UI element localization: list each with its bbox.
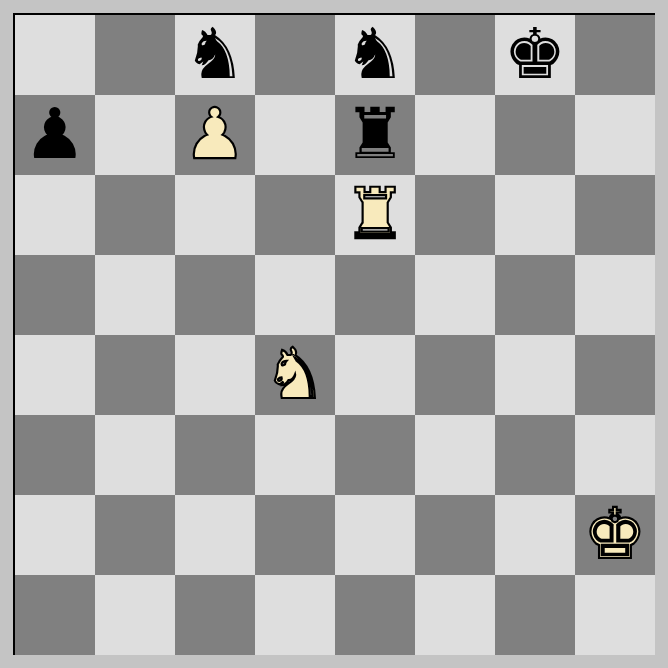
square-f5[interactable] bbox=[415, 255, 495, 335]
piece-white-king[interactable]: ♚ bbox=[575, 495, 655, 575]
chess-board: ♞♞♚♟♟♜♜♞♚ bbox=[15, 15, 655, 655]
square-h6[interactable] bbox=[575, 175, 655, 255]
square-a7[interactable]: ♟ bbox=[15, 95, 95, 175]
square-h2[interactable]: ♚ bbox=[575, 495, 655, 575]
piece-black-king[interactable]: ♚ bbox=[495, 15, 575, 95]
square-h1[interactable] bbox=[575, 575, 655, 655]
square-a6[interactable] bbox=[15, 175, 95, 255]
square-b1[interactable] bbox=[95, 575, 175, 655]
square-h3[interactable] bbox=[575, 415, 655, 495]
piece-white-knight[interactable]: ♞ bbox=[255, 335, 335, 415]
square-d1[interactable] bbox=[255, 575, 335, 655]
square-h8[interactable] bbox=[575, 15, 655, 95]
square-a5[interactable] bbox=[15, 255, 95, 335]
square-f1[interactable] bbox=[415, 575, 495, 655]
square-g7[interactable] bbox=[495, 95, 575, 175]
square-g8[interactable]: ♚ bbox=[495, 15, 575, 95]
piece-white-rook[interactable]: ♜ bbox=[335, 175, 415, 255]
piece-black-knight[interactable]: ♞ bbox=[335, 15, 415, 95]
square-h7[interactable] bbox=[575, 95, 655, 175]
square-c1[interactable] bbox=[175, 575, 255, 655]
square-c7[interactable]: ♟ bbox=[175, 95, 255, 175]
piece-white-pawn[interactable]: ♟ bbox=[175, 95, 255, 175]
square-a3[interactable] bbox=[15, 415, 95, 495]
square-h4[interactable] bbox=[575, 335, 655, 415]
square-c6[interactable] bbox=[175, 175, 255, 255]
square-d6[interactable] bbox=[255, 175, 335, 255]
square-c3[interactable] bbox=[175, 415, 255, 495]
square-h5[interactable] bbox=[575, 255, 655, 335]
piece-black-rook[interactable]: ♜ bbox=[335, 95, 415, 175]
square-b5[interactable] bbox=[95, 255, 175, 335]
square-b3[interactable] bbox=[95, 415, 175, 495]
square-a4[interactable] bbox=[15, 335, 95, 415]
square-a2[interactable] bbox=[15, 495, 95, 575]
square-e1[interactable] bbox=[335, 575, 415, 655]
square-e4[interactable] bbox=[335, 335, 415, 415]
square-d8[interactable] bbox=[255, 15, 335, 95]
square-f3[interactable] bbox=[415, 415, 495, 495]
square-g3[interactable] bbox=[495, 415, 575, 495]
square-e8[interactable]: ♞ bbox=[335, 15, 415, 95]
square-c2[interactable] bbox=[175, 495, 255, 575]
square-e6[interactable]: ♜ bbox=[335, 175, 415, 255]
square-c4[interactable] bbox=[175, 335, 255, 415]
square-g2[interactable] bbox=[495, 495, 575, 575]
square-d4[interactable]: ♞ bbox=[255, 335, 335, 415]
square-d7[interactable] bbox=[255, 95, 335, 175]
square-g4[interactable] bbox=[495, 335, 575, 415]
square-d3[interactable] bbox=[255, 415, 335, 495]
square-f2[interactable] bbox=[415, 495, 495, 575]
square-c5[interactable] bbox=[175, 255, 255, 335]
board-frame: ♞♞♚♟♟♜♜♞♚ bbox=[0, 0, 668, 668]
square-b2[interactable] bbox=[95, 495, 175, 575]
square-d5[interactable] bbox=[255, 255, 335, 335]
board-edge-line: ♞♞♚♟♟♜♜♞♚ bbox=[13, 13, 655, 655]
square-b4[interactable] bbox=[95, 335, 175, 415]
square-g6[interactable] bbox=[495, 175, 575, 255]
square-e2[interactable] bbox=[335, 495, 415, 575]
square-g1[interactable] bbox=[495, 575, 575, 655]
square-f8[interactable] bbox=[415, 15, 495, 95]
square-f7[interactable] bbox=[415, 95, 495, 175]
piece-black-knight[interactable]: ♞ bbox=[175, 15, 255, 95]
piece-black-pawn[interactable]: ♟ bbox=[15, 95, 95, 175]
square-d2[interactable] bbox=[255, 495, 335, 575]
square-e5[interactable] bbox=[335, 255, 415, 335]
square-c8[interactable]: ♞ bbox=[175, 15, 255, 95]
square-b8[interactable] bbox=[95, 15, 175, 95]
square-g5[interactable] bbox=[495, 255, 575, 335]
square-b7[interactable] bbox=[95, 95, 175, 175]
square-e3[interactable] bbox=[335, 415, 415, 495]
square-f4[interactable] bbox=[415, 335, 495, 415]
square-a8[interactable] bbox=[15, 15, 95, 95]
square-a1[interactable] bbox=[15, 575, 95, 655]
square-f6[interactable] bbox=[415, 175, 495, 255]
square-e7[interactable]: ♜ bbox=[335, 95, 415, 175]
square-b6[interactable] bbox=[95, 175, 175, 255]
